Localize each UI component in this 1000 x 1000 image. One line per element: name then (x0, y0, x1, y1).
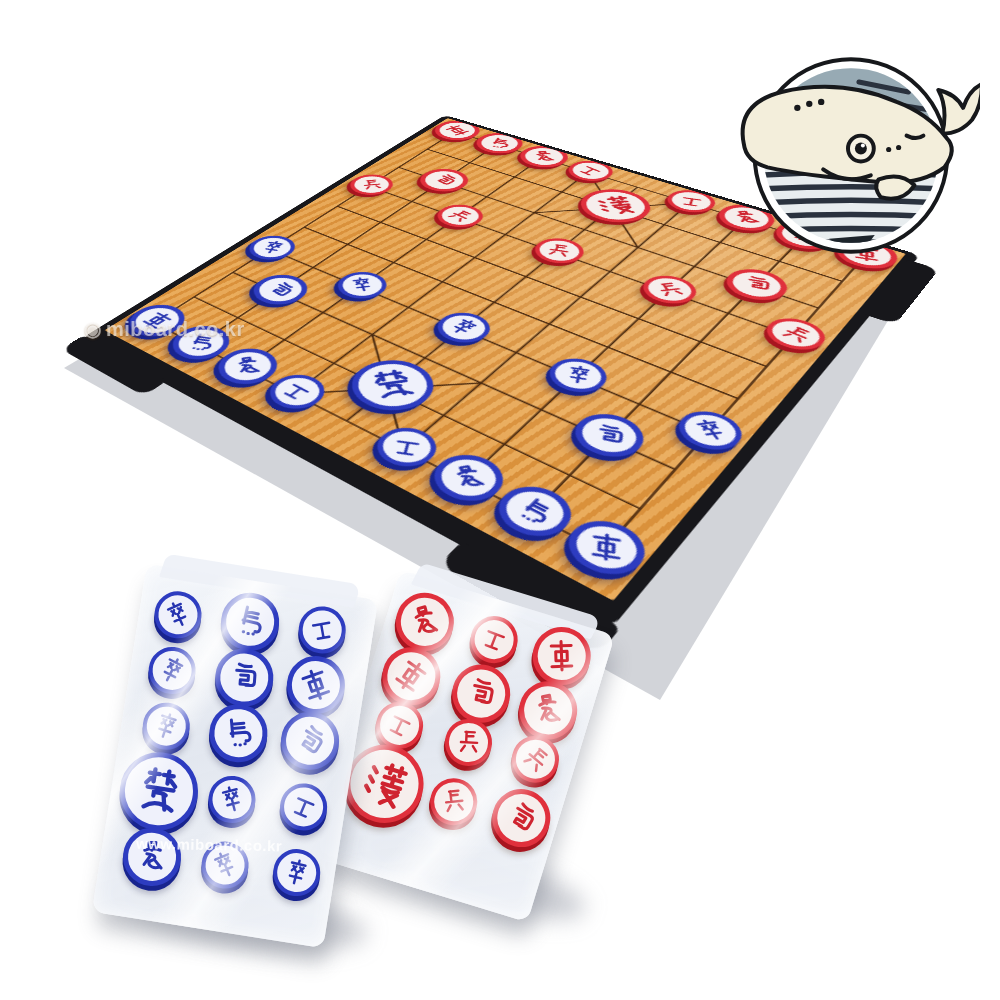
bag-piece-sang (513, 675, 583, 745)
bag-piece-byung (507, 731, 564, 788)
bag-piece-po (278, 709, 342, 773)
glyph-cha (543, 637, 580, 674)
glyph-sang (444, 461, 495, 494)
glyph-jol (158, 595, 196, 633)
glyph-ma (229, 601, 272, 644)
glyph-po (286, 716, 335, 765)
bag-piece-cha (526, 621, 596, 691)
glyph-jol (279, 855, 314, 890)
bag-piece-byung (440, 714, 497, 771)
product-photo: ◉miboard.co.kr www.miboard.co.kr (0, 0, 1000, 1000)
glyph-han (353, 753, 416, 816)
glyph-sa (476, 621, 513, 658)
glyph-sa (284, 787, 322, 825)
glyph-jol (686, 417, 736, 444)
bag-piece-sang (390, 587, 460, 657)
glyph-po (425, 171, 464, 190)
glyph-cha (583, 529, 629, 566)
glyph-jol (559, 363, 597, 388)
glyph-byung (649, 280, 690, 299)
glyph-cho (130, 762, 188, 820)
whale-icon (712, 46, 980, 260)
glyph-jol (345, 275, 379, 294)
glyph-byung (453, 727, 483, 757)
glyph-sang (403, 600, 447, 644)
miboard-logo-icon: ◉ (84, 317, 102, 341)
glyph-cha (387, 651, 436, 700)
bag-piece-byung (425, 773, 482, 830)
glyph-byung (441, 206, 479, 225)
glyph-ma (219, 714, 257, 752)
bag-piece-ma (207, 701, 271, 765)
glyph-sa (274, 377, 320, 406)
watermark-bag: www.miboard.co.kr (136, 835, 283, 855)
bag-piece-cha (376, 641, 446, 711)
glyph-jol (148, 707, 184, 743)
glyph-cho (362, 366, 424, 403)
glyph-sang (527, 149, 560, 163)
bag-piece-jol (206, 773, 258, 825)
glyph-byung (542, 241, 576, 259)
glyph-jol (214, 781, 249, 816)
glyph-sa (305, 613, 338, 646)
glyph-cha (439, 122, 475, 138)
bag-piece-sa (277, 781, 329, 833)
bag-piece-jol (152, 588, 204, 640)
bag-piece-sa (296, 604, 348, 656)
bag-piece-jol (140, 700, 192, 752)
bag-blue-pieces (92, 564, 378, 948)
glyph-jol (152, 650, 191, 689)
glyph-po (258, 278, 302, 302)
glyph-jol (255, 239, 290, 256)
glyph-sa (675, 193, 707, 210)
bag-piece-cho (116, 748, 202, 834)
glyph-po (587, 420, 630, 450)
watermark-board: ◉miboard.co.kr (84, 317, 245, 341)
glyph-han (588, 193, 642, 217)
glyph-ma (483, 136, 516, 151)
bag-piece-po (212, 646, 276, 710)
glyph-byung (438, 785, 470, 817)
bag-piece-ma (218, 590, 282, 654)
glyph-byung (772, 321, 819, 347)
glyph-po (225, 659, 263, 697)
bag-piece-cha (284, 653, 348, 717)
bag-piece-jol (146, 644, 198, 696)
glyph-byung (515, 739, 556, 780)
bag-piece-po (486, 783, 556, 853)
bag-piece-sa (466, 611, 523, 668)
glyph-byung (357, 178, 386, 192)
bag-piece-po (446, 658, 516, 728)
glyph-sa (380, 706, 419, 745)
glyph-po (738, 273, 775, 295)
glyph-sang (228, 353, 267, 378)
glyph-jol (442, 315, 486, 340)
glyph-cha (293, 662, 338, 707)
glyph-ma (506, 491, 564, 532)
glyph-sang (527, 689, 569, 731)
glyph-sa (386, 433, 427, 461)
glyph-sa (572, 162, 609, 179)
glyph-po (496, 794, 545, 843)
glyph-po (460, 672, 502, 714)
